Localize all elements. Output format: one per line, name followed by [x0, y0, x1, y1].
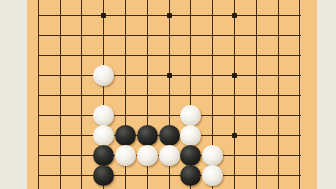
star-point-G10: [167, 13, 172, 18]
stone-black-G4: [159, 125, 180, 146]
stone-white-H4: [180, 125, 201, 146]
stone-white-J3: [202, 145, 223, 166]
go-game-frame: [0, 0, 336, 189]
stone-black-H2: [180, 165, 201, 186]
stone-black-D2: [93, 165, 114, 186]
stone-black-F4: [137, 125, 158, 146]
stone-black-E4: [115, 125, 136, 146]
grid-line-horizontal: [38, 175, 301, 176]
stone-white-G3: [159, 145, 180, 166]
star-point-G7: [167, 73, 172, 78]
grid-line-horizontal: [38, 95, 301, 96]
star-point-D10: [101, 13, 106, 18]
grid-line-horizontal: [38, 35, 301, 36]
star-point-K7: [232, 73, 237, 78]
stone-white-E3: [115, 145, 136, 166]
grid-line-horizontal: [38, 115, 301, 116]
stone-white-F3: [137, 145, 158, 166]
stone-black-D3: [93, 145, 114, 166]
star-point-K10: [232, 13, 237, 18]
stone-white-D7: [93, 65, 114, 86]
stone-white-H5: [180, 105, 201, 126]
star-point-K4: [232, 133, 237, 138]
grid-line-horizontal: [38, 55, 301, 56]
stone-white-D5: [93, 105, 114, 126]
stone-white-D4: [93, 125, 114, 146]
stone-white-J2: [202, 165, 223, 186]
stone-black-H3: [180, 145, 201, 166]
